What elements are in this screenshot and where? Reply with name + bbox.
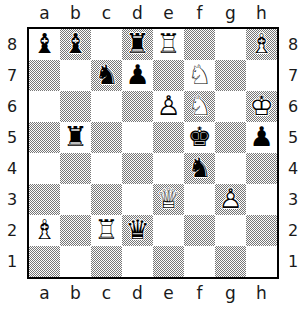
square-d4[interactable] xyxy=(122,153,153,184)
square-a1[interactable] xyxy=(29,246,60,277)
black-piece-glyph: ♞ xyxy=(184,153,215,184)
square-f8[interactable] xyxy=(184,29,215,60)
rank-label-right-5: 5 xyxy=(285,122,301,153)
square-h2[interactable] xyxy=(246,215,277,246)
file-label-top-h: h xyxy=(246,3,277,23)
square-c6[interactable] xyxy=(91,91,122,122)
square-h1[interactable] xyxy=(246,246,277,277)
square-f4[interactable]: ♞ xyxy=(184,153,215,184)
square-a4[interactable] xyxy=(29,153,60,184)
square-b7[interactable] xyxy=(60,60,91,91)
square-c1[interactable] xyxy=(91,246,122,277)
square-c4[interactable] xyxy=(91,153,122,184)
rank-label-left-1: 1 xyxy=(4,246,20,277)
piece-bK-f5[interactable]: ♚ xyxy=(184,122,215,153)
piece-wB-h8[interactable]: ♝♗ xyxy=(246,29,277,60)
rank-label-right-1: 1 xyxy=(285,246,301,277)
piece-bR-b5[interactable]: ♜ xyxy=(60,122,91,153)
black-piece-glyph: ♜ xyxy=(122,29,153,60)
white-piece-outline-layer: ♘ xyxy=(184,91,215,122)
file-label-bottom-a: a xyxy=(29,283,60,303)
square-c3[interactable] xyxy=(91,184,122,215)
square-b8[interactable]: ♝ xyxy=(60,29,91,60)
square-g6[interactable] xyxy=(215,91,246,122)
white-piece-outline-layer: ♖ xyxy=(153,29,184,60)
rank-label-left-8: 8 xyxy=(4,29,20,60)
rank-label-left-5: 5 xyxy=(4,122,20,153)
square-b1[interactable] xyxy=(60,246,91,277)
black-piece-glyph: ♟ xyxy=(122,60,153,91)
square-h8[interactable]: ♝♗ xyxy=(246,29,277,60)
rank-label-right-6: 6 xyxy=(285,91,301,122)
file-label-top-d: d xyxy=(122,3,153,23)
square-d7[interactable]: ♟ xyxy=(122,60,153,91)
rank-label-right-2: 2 xyxy=(285,215,301,246)
square-a3[interactable] xyxy=(29,184,60,215)
square-g4[interactable] xyxy=(215,153,246,184)
piece-wP-g3[interactable]: ♟♙ xyxy=(215,184,246,215)
square-e1[interactable] xyxy=(153,246,184,277)
square-f6[interactable]: ♞♘ xyxy=(184,91,215,122)
rank-label-left-7: 7 xyxy=(4,60,20,91)
file-label-top-e: e xyxy=(153,3,184,23)
file-label-top-g: g xyxy=(215,3,246,23)
white-piece-outline-layer: ♔ xyxy=(246,91,277,122)
file-label-bottom-f: f xyxy=(184,283,215,303)
file-label-top-f: f xyxy=(184,3,215,23)
square-b3[interactable] xyxy=(60,184,91,215)
square-e5[interactable] xyxy=(153,122,184,153)
file-label-bottom-h: h xyxy=(246,283,277,303)
square-h5[interactable]: ♟ xyxy=(246,122,277,153)
square-b2[interactable] xyxy=(60,215,91,246)
square-a5[interactable] xyxy=(29,122,60,153)
rank-labels-right: 87654321 xyxy=(285,29,301,277)
black-piece-glyph: ♝ xyxy=(60,29,91,60)
black-piece-glyph: ♜ xyxy=(60,122,91,153)
square-f5[interactable]: ♚ xyxy=(184,122,215,153)
square-b6[interactable] xyxy=(60,91,91,122)
file-label-bottom-g: g xyxy=(215,283,246,303)
square-e2[interactable] xyxy=(153,215,184,246)
file-label-bottom-d: d xyxy=(122,283,153,303)
piece-bN-c7[interactable]: ♞ xyxy=(91,60,122,91)
square-d1[interactable] xyxy=(122,246,153,277)
file-label-top-a: a xyxy=(29,3,60,23)
square-g2[interactable] xyxy=(215,215,246,246)
square-c5[interactable] xyxy=(91,122,122,153)
square-c7[interactable]: ♞ xyxy=(91,60,122,91)
square-d6[interactable] xyxy=(122,91,153,122)
file-labels-top: abcdefgh xyxy=(29,3,277,23)
chess-diagram: abcdefgh 87654321 ♝♝♜♜♖♝♗♞♟♞♘♟♙♞♘♚♔♜♚♟♞♛… xyxy=(0,0,307,309)
piece-wP-e6[interactable]: ♟♙ xyxy=(153,91,184,122)
piece-wN-f6[interactable]: ♞♘ xyxy=(184,91,215,122)
square-e8[interactable]: ♜♖ xyxy=(153,29,184,60)
square-d3[interactable] xyxy=(122,184,153,215)
black-piece-glyph: ♚ xyxy=(184,122,215,153)
square-h4[interactable] xyxy=(246,153,277,184)
white-piece-outline-layer: ♙ xyxy=(215,184,246,215)
square-d2[interactable]: ♛ xyxy=(122,215,153,246)
square-a7[interactable] xyxy=(29,60,60,91)
black-piece-glyph: ♞ xyxy=(91,60,122,91)
black-piece-glyph: ♝ xyxy=(29,29,60,60)
square-e4[interactable] xyxy=(153,153,184,184)
square-f1[interactable] xyxy=(184,246,215,277)
white-piece-outline-layer: ♗ xyxy=(29,215,60,246)
square-a8[interactable]: ♝ xyxy=(29,29,60,60)
rank-label-left-6: 6 xyxy=(4,91,20,122)
rank-label-right-4: 4 xyxy=(285,153,301,184)
rank-label-left-3: 3 xyxy=(4,184,20,215)
square-g3[interactable]: ♟♙ xyxy=(215,184,246,215)
chess-board: ♝♝♜♜♖♝♗♞♟♞♘♟♙♞♘♚♔♜♚♟♞♛♕♟♙♝♗♜♖♛ xyxy=(27,27,279,279)
piece-wR-e8[interactable]: ♜♖ xyxy=(153,29,184,60)
piece-bP-h5[interactable]: ♟ xyxy=(246,122,277,153)
piece-wK-h6[interactable]: ♚♔ xyxy=(246,91,277,122)
piece-bP-d7[interactable]: ♟ xyxy=(122,60,153,91)
square-b4[interactable] xyxy=(60,153,91,184)
rank-label-right-7: 7 xyxy=(285,60,301,91)
square-a6[interactable] xyxy=(29,91,60,122)
square-g7[interactable] xyxy=(215,60,246,91)
square-g8[interactable] xyxy=(215,29,246,60)
file-label-top-b: b xyxy=(60,3,91,23)
square-b5[interactable]: ♜ xyxy=(60,122,91,153)
square-a2[interactable]: ♝♗ xyxy=(29,215,60,246)
square-h3[interactable] xyxy=(246,184,277,215)
piece-bQ-d2[interactable]: ♛ xyxy=(122,215,153,246)
square-e6[interactable]: ♟♙ xyxy=(153,91,184,122)
piece-wR-c2[interactable]: ♜♖ xyxy=(91,215,122,246)
rank-label-right-8: 8 xyxy=(285,29,301,60)
white-piece-outline-layer: ♖ xyxy=(91,215,122,246)
square-c8[interactable] xyxy=(91,29,122,60)
square-d5[interactable] xyxy=(122,122,153,153)
file-label-bottom-b: b xyxy=(60,283,91,303)
rank-label-left-4: 4 xyxy=(4,153,20,184)
piece-bB-a8[interactable]: ♝ xyxy=(29,29,60,60)
piece-bR-d8[interactable]: ♜ xyxy=(122,29,153,60)
piece-bN-f4[interactable]: ♞ xyxy=(184,153,215,184)
square-g5[interactable] xyxy=(215,122,246,153)
piece-wN-f7[interactable]: ♞♘ xyxy=(184,60,215,91)
black-piece-glyph: ♛ xyxy=(122,215,153,246)
file-label-bottom-e: e xyxy=(153,283,184,303)
square-e3[interactable]: ♛♕ xyxy=(153,184,184,215)
piece-wB-a2[interactable]: ♝♗ xyxy=(29,215,60,246)
rank-label-right-3: 3 xyxy=(285,184,301,215)
square-c2[interactable]: ♜♖ xyxy=(91,215,122,246)
square-f7[interactable]: ♞♘ xyxy=(184,60,215,91)
white-piece-outline-layer: ♘ xyxy=(184,60,215,91)
black-piece-glyph: ♟ xyxy=(246,122,277,153)
white-piece-outline-layer: ♗ xyxy=(246,29,277,60)
square-h6[interactable]: ♚♔ xyxy=(246,91,277,122)
piece-bB-b8[interactable]: ♝ xyxy=(60,29,91,60)
square-f3[interactable] xyxy=(184,184,215,215)
rank-labels-left: 87654321 xyxy=(4,29,20,277)
piece-wQ-e3[interactable]: ♛♕ xyxy=(153,184,184,215)
square-d8[interactable]: ♜ xyxy=(122,29,153,60)
square-h7[interactable] xyxy=(246,60,277,91)
white-piece-outline-layer: ♕ xyxy=(153,184,184,215)
file-label-top-c: c xyxy=(91,3,122,23)
white-piece-outline-layer: ♙ xyxy=(153,91,184,122)
square-f2[interactable] xyxy=(184,215,215,246)
rank-label-left-2: 2 xyxy=(4,215,20,246)
square-e7[interactable] xyxy=(153,60,184,91)
file-label-bottom-c: c xyxy=(91,283,122,303)
file-labels-bottom: abcdefgh xyxy=(29,283,277,303)
square-g1[interactable] xyxy=(215,246,246,277)
